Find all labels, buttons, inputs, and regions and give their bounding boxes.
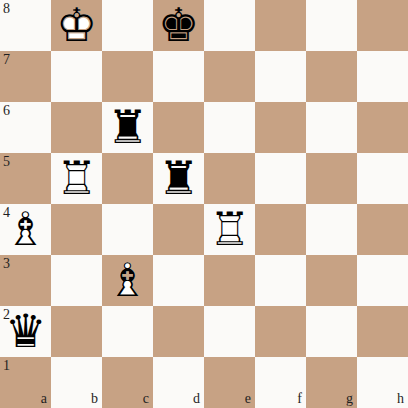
square-a6[interactable]: 6 xyxy=(0,102,51,153)
file-label-h: h xyxy=(397,392,404,406)
square-b8[interactable]: ♚♔ xyxy=(51,0,102,51)
square-g2[interactable] xyxy=(306,306,357,357)
square-c3[interactable]: ♝♗ xyxy=(102,255,153,306)
square-e1[interactable]: e xyxy=(204,357,255,408)
square-f5[interactable] xyxy=(255,153,306,204)
square-a2[interactable]: ♛2 xyxy=(0,306,51,357)
square-b3[interactable] xyxy=(51,255,102,306)
square-a7[interactable]: 7 xyxy=(0,51,51,102)
square-c8[interactable] xyxy=(102,0,153,51)
white-bishop-icon: ♝♗ xyxy=(0,204,51,255)
square-c7[interactable] xyxy=(102,51,153,102)
square-a5[interactable]: 5 xyxy=(0,153,51,204)
file-label-g: g xyxy=(346,392,353,406)
square-h8[interactable] xyxy=(357,0,408,51)
black-rook-icon: ♜ xyxy=(153,153,204,204)
square-b1[interactable]: b xyxy=(51,357,102,408)
square-h6[interactable] xyxy=(357,102,408,153)
square-f8[interactable] xyxy=(255,0,306,51)
chess-board: 8♚♔♚76♜5♜♖♜♝♗4♜♖3♝♗♛21abcdefgh xyxy=(0,0,408,408)
square-b4[interactable] xyxy=(51,204,102,255)
square-a3[interactable]: 3 xyxy=(0,255,51,306)
file-label-d: d xyxy=(193,392,200,406)
square-d6[interactable] xyxy=(153,102,204,153)
rank-label-7: 7 xyxy=(3,53,10,67)
black-king-icon: ♚ xyxy=(153,0,204,51)
square-g8[interactable] xyxy=(306,0,357,51)
square-h1[interactable]: h xyxy=(357,357,408,408)
square-e5[interactable] xyxy=(204,153,255,204)
square-g7[interactable] xyxy=(306,51,357,102)
square-d2[interactable] xyxy=(153,306,204,357)
square-d7[interactable] xyxy=(153,51,204,102)
square-h5[interactable] xyxy=(357,153,408,204)
square-g4[interactable] xyxy=(306,204,357,255)
square-a8[interactable]: 8 xyxy=(0,0,51,51)
file-label-c: c xyxy=(143,392,149,406)
square-g3[interactable] xyxy=(306,255,357,306)
square-g1[interactable]: g xyxy=(306,357,357,408)
white-king-icon: ♚♔ xyxy=(51,0,102,51)
square-h4[interactable] xyxy=(357,204,408,255)
white-rook-icon: ♜♖ xyxy=(51,153,102,204)
square-g6[interactable] xyxy=(306,102,357,153)
square-h3[interactable] xyxy=(357,255,408,306)
file-label-e: e xyxy=(245,392,251,406)
black-rook-icon: ♜ xyxy=(102,102,153,153)
square-b6[interactable] xyxy=(51,102,102,153)
square-f4[interactable] xyxy=(255,204,306,255)
square-f3[interactable] xyxy=(255,255,306,306)
white-rook-icon: ♜♖ xyxy=(204,204,255,255)
square-c1[interactable]: c xyxy=(102,357,153,408)
square-e7[interactable] xyxy=(204,51,255,102)
square-h7[interactable] xyxy=(357,51,408,102)
square-f6[interactable] xyxy=(255,102,306,153)
rank-label-5: 5 xyxy=(3,155,10,169)
square-f1[interactable]: f xyxy=(255,357,306,408)
square-d4[interactable] xyxy=(153,204,204,255)
square-e3[interactable] xyxy=(204,255,255,306)
square-c6[interactable]: ♜ xyxy=(102,102,153,153)
square-f2[interactable] xyxy=(255,306,306,357)
rank-label-6: 6 xyxy=(3,104,10,118)
file-label-a: a xyxy=(41,392,47,406)
black-queen-icon: ♛ xyxy=(0,306,51,357)
square-c2[interactable] xyxy=(102,306,153,357)
square-d3[interactable] xyxy=(153,255,204,306)
square-d1[interactable]: d xyxy=(153,357,204,408)
square-e8[interactable] xyxy=(204,0,255,51)
square-e6[interactable] xyxy=(204,102,255,153)
square-h2[interactable] xyxy=(357,306,408,357)
square-d5[interactable]: ♜ xyxy=(153,153,204,204)
square-g5[interactable] xyxy=(306,153,357,204)
square-e4[interactable]: ♜♖ xyxy=(204,204,255,255)
square-a4[interactable]: ♝♗4 xyxy=(0,204,51,255)
file-label-f: f xyxy=(297,392,302,406)
file-label-b: b xyxy=(91,392,98,406)
rank-label-8: 8 xyxy=(3,2,10,16)
square-c4[interactable] xyxy=(102,204,153,255)
square-c5[interactable] xyxy=(102,153,153,204)
square-d8[interactable]: ♚ xyxy=(153,0,204,51)
rank-label-3: 3 xyxy=(3,257,10,271)
square-b2[interactable] xyxy=(51,306,102,357)
square-b5[interactable]: ♜♖ xyxy=(51,153,102,204)
square-b7[interactable] xyxy=(51,51,102,102)
rank-label-1: 1 xyxy=(3,359,10,373)
square-e2[interactable] xyxy=(204,306,255,357)
square-f7[interactable] xyxy=(255,51,306,102)
white-bishop-icon: ♝♗ xyxy=(102,255,153,306)
square-a1[interactable]: 1a xyxy=(0,357,51,408)
